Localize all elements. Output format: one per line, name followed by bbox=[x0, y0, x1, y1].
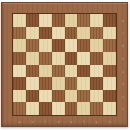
square-a4[interactable] bbox=[13, 65, 26, 78]
square-d3[interactable] bbox=[52, 77, 65, 90]
square-c1[interactable] bbox=[39, 102, 52, 115]
square-h8[interactable] bbox=[103, 14, 116, 27]
square-e4[interactable] bbox=[65, 65, 78, 78]
square-g5[interactable] bbox=[90, 52, 103, 65]
square-d2[interactable] bbox=[52, 90, 65, 103]
file-label-c: c bbox=[42, 120, 48, 124]
square-a8[interactable] bbox=[13, 14, 26, 27]
square-d4[interactable] bbox=[52, 65, 65, 78]
file-label-f: f bbox=[81, 120, 87, 124]
square-h2[interactable] bbox=[103, 90, 116, 103]
file-label-e: e bbox=[68, 120, 74, 124]
rank-label-5: 5 bbox=[122, 55, 124, 61]
square-c6[interactable] bbox=[39, 39, 52, 52]
square-g2[interactable] bbox=[90, 90, 103, 103]
square-e2[interactable] bbox=[65, 90, 78, 103]
file-label-d: d bbox=[55, 120, 61, 124]
square-c4[interactable] bbox=[39, 65, 52, 78]
square-e5[interactable] bbox=[65, 52, 78, 65]
square-g6[interactable] bbox=[90, 39, 103, 52]
file-label-a: a bbox=[16, 120, 22, 124]
square-d1[interactable] bbox=[52, 102, 65, 115]
square-f5[interactable] bbox=[77, 52, 90, 65]
square-b2[interactable] bbox=[26, 90, 39, 103]
square-h5[interactable] bbox=[103, 52, 116, 65]
square-b1[interactable] bbox=[26, 102, 39, 115]
square-d8[interactable] bbox=[52, 14, 65, 27]
rank-label-8: 8 bbox=[122, 17, 124, 23]
square-c8[interactable] bbox=[39, 14, 52, 27]
file-label-b: b bbox=[29, 120, 35, 124]
square-e8[interactable] bbox=[65, 14, 78, 27]
square-h6[interactable] bbox=[103, 39, 116, 52]
square-f6[interactable] bbox=[77, 39, 90, 52]
square-b7[interactable] bbox=[26, 27, 39, 40]
square-a5[interactable] bbox=[13, 52, 26, 65]
square-b4[interactable] bbox=[26, 65, 39, 78]
square-g8[interactable] bbox=[90, 14, 103, 27]
file-label-h: h bbox=[106, 120, 112, 124]
square-d5[interactable] bbox=[52, 52, 65, 65]
rank-label-3: 3 bbox=[122, 80, 124, 86]
chess-board: abcdefgh 87654321 bbox=[1, 2, 128, 127]
square-e3[interactable] bbox=[65, 77, 78, 90]
square-e6[interactable] bbox=[65, 39, 78, 52]
square-f7[interactable] bbox=[77, 27, 90, 40]
square-f8[interactable] bbox=[77, 14, 90, 27]
square-c5[interactable] bbox=[39, 52, 52, 65]
square-b5[interactable] bbox=[26, 52, 39, 65]
square-c7[interactable] bbox=[39, 27, 52, 40]
square-h3[interactable] bbox=[103, 77, 116, 90]
square-a6[interactable] bbox=[13, 39, 26, 52]
square-d7[interactable] bbox=[52, 27, 65, 40]
square-g1[interactable] bbox=[90, 102, 103, 115]
rank-label-4: 4 bbox=[122, 68, 124, 74]
square-g3[interactable] bbox=[90, 77, 103, 90]
square-c2[interactable] bbox=[39, 90, 52, 103]
square-a7[interactable] bbox=[13, 27, 26, 40]
square-d6[interactable] bbox=[52, 39, 65, 52]
square-a2[interactable] bbox=[13, 90, 26, 103]
square-h4[interactable] bbox=[103, 65, 116, 78]
rank-label-1: 1 bbox=[122, 106, 124, 112]
square-h7[interactable] bbox=[103, 27, 116, 40]
square-a3[interactable] bbox=[13, 77, 26, 90]
square-b3[interactable] bbox=[26, 77, 39, 90]
square-h1[interactable] bbox=[103, 102, 116, 115]
square-c3[interactable] bbox=[39, 77, 52, 90]
square-f1[interactable] bbox=[77, 102, 90, 115]
rank-label-7: 7 bbox=[122, 30, 124, 36]
rank-label-6: 6 bbox=[122, 42, 124, 48]
board-playing-area bbox=[12, 13, 117, 116]
square-g7[interactable] bbox=[90, 27, 103, 40]
square-f2[interactable] bbox=[77, 90, 90, 103]
square-e1[interactable] bbox=[65, 102, 78, 115]
file-label-g: g bbox=[93, 120, 99, 124]
page-background: abcdefgh 87654321 bbox=[0, 0, 130, 130]
square-e7[interactable] bbox=[65, 27, 78, 40]
square-b8[interactable] bbox=[26, 14, 39, 27]
square-f4[interactable] bbox=[77, 65, 90, 78]
square-b6[interactable] bbox=[26, 39, 39, 52]
rank-labels: 87654321 bbox=[118, 14, 127, 115]
square-f3[interactable] bbox=[77, 77, 90, 90]
square-g4[interactable] bbox=[90, 65, 103, 78]
file-labels: abcdefgh bbox=[13, 117, 116, 126]
rank-label-2: 2 bbox=[122, 93, 124, 99]
square-a1[interactable] bbox=[13, 102, 26, 115]
